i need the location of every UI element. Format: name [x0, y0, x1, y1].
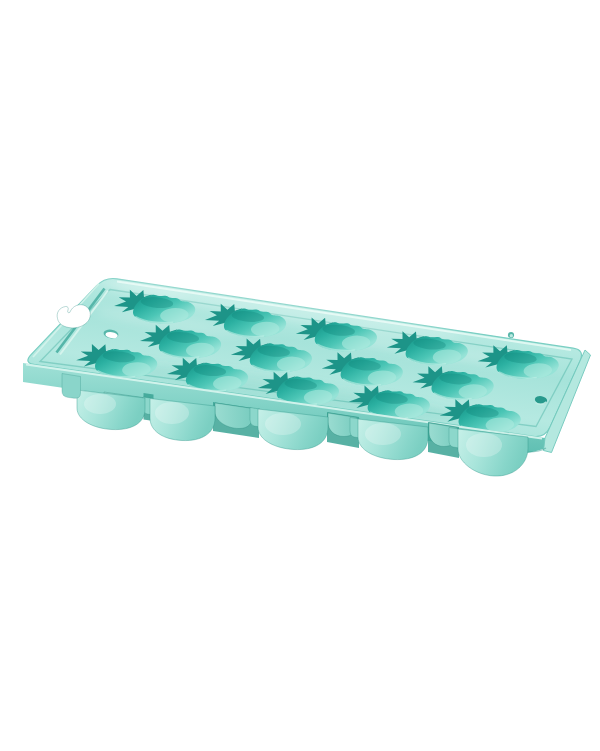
right-end-face [544, 350, 591, 453]
product-photo [0, 0, 600, 751]
tray-front-graphic [0, 0, 600, 751]
front-row-domes [77, 390, 528, 476]
tab-foot [62, 374, 81, 399]
